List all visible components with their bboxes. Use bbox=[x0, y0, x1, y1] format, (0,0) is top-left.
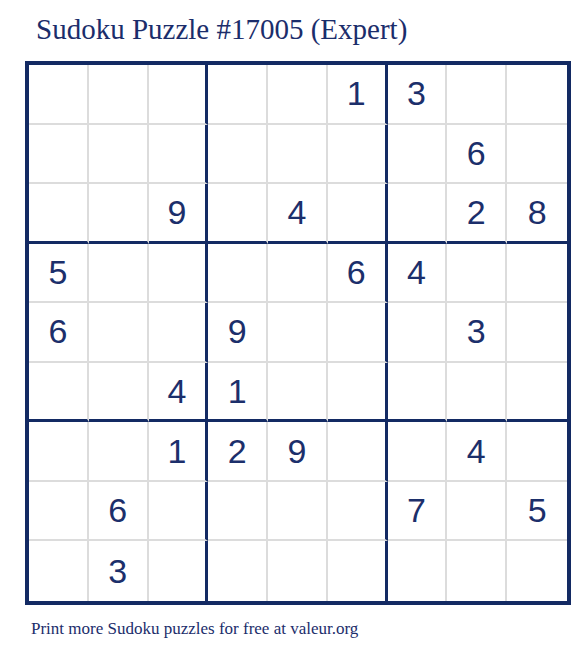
cell-r5c6[interactable] bbox=[328, 303, 388, 363]
cell-r4c8[interactable] bbox=[447, 244, 507, 304]
cell-r9c9[interactable] bbox=[507, 541, 567, 601]
cell-r4c5[interactable] bbox=[268, 244, 328, 304]
cell-r7c4[interactable]: 2 bbox=[208, 422, 268, 482]
puzzle-title: Sudoku Puzzle #17005 (Expert) bbox=[36, 12, 407, 46]
cell-r9c1[interactable] bbox=[29, 541, 89, 601]
cell-r4c3[interactable] bbox=[149, 244, 209, 304]
cell-r2c5[interactable] bbox=[268, 125, 328, 185]
cell-r8c3[interactable] bbox=[149, 482, 209, 542]
cell-r3c6[interactable] bbox=[328, 184, 388, 244]
cell-r6c4[interactable]: 1 bbox=[208, 363, 268, 423]
cell-r1c8[interactable] bbox=[447, 65, 507, 125]
cell-r5c1[interactable]: 6 bbox=[29, 303, 89, 363]
cell-r8c9[interactable]: 5 bbox=[507, 482, 567, 542]
cell-r9c2[interactable]: 3 bbox=[89, 541, 149, 601]
cell-r4c6[interactable]: 6 bbox=[328, 244, 388, 304]
cell-r8c5[interactable] bbox=[268, 482, 328, 542]
cell-r1c2[interactable] bbox=[89, 65, 149, 125]
cell-r9c3[interactable] bbox=[149, 541, 209, 601]
cell-r8c2[interactable]: 6 bbox=[89, 482, 149, 542]
sudoku-board: 13694285646934112946753 bbox=[25, 61, 571, 605]
cell-r7c5[interactable]: 9 bbox=[268, 422, 328, 482]
cell-r3c9[interactable]: 8 bbox=[507, 184, 567, 244]
cell-r2c3[interactable] bbox=[149, 125, 209, 185]
cell-r3c1[interactable] bbox=[29, 184, 89, 244]
cell-r4c4[interactable] bbox=[208, 244, 268, 304]
cell-r6c8[interactable] bbox=[447, 363, 507, 423]
cell-r3c4[interactable] bbox=[208, 184, 268, 244]
cell-r5c7[interactable] bbox=[388, 303, 448, 363]
cell-r6c6[interactable] bbox=[328, 363, 388, 423]
cell-r1c9[interactable] bbox=[507, 65, 567, 125]
cell-r9c7[interactable] bbox=[388, 541, 448, 601]
cell-r1c6[interactable]: 1 bbox=[328, 65, 388, 125]
cell-r4c7[interactable]: 4 bbox=[388, 244, 448, 304]
cell-r1c3[interactable] bbox=[149, 65, 209, 125]
cell-r5c4[interactable]: 9 bbox=[208, 303, 268, 363]
cell-r1c7[interactable]: 3 bbox=[388, 65, 448, 125]
cell-r6c7[interactable] bbox=[388, 363, 448, 423]
cell-r2c1[interactable] bbox=[29, 125, 89, 185]
cell-r7c2[interactable] bbox=[89, 422, 149, 482]
cell-r3c7[interactable] bbox=[388, 184, 448, 244]
cell-r3c5[interactable]: 4 bbox=[268, 184, 328, 244]
cell-r7c8[interactable]: 4 bbox=[447, 422, 507, 482]
cell-r5c2[interactable] bbox=[89, 303, 149, 363]
cell-r7c7[interactable] bbox=[388, 422, 448, 482]
cell-r2c7[interactable] bbox=[388, 125, 448, 185]
cell-r9c5[interactable] bbox=[268, 541, 328, 601]
footer-note: Print more Sudoku puzzles for free at va… bbox=[31, 618, 358, 640]
cell-r4c9[interactable] bbox=[507, 244, 567, 304]
cell-r8c8[interactable] bbox=[447, 482, 507, 542]
cell-r1c1[interactable] bbox=[29, 65, 89, 125]
cell-r8c4[interactable] bbox=[208, 482, 268, 542]
cell-r9c6[interactable] bbox=[328, 541, 388, 601]
cell-r2c6[interactable] bbox=[328, 125, 388, 185]
cell-r6c2[interactable] bbox=[89, 363, 149, 423]
cell-r1c5[interactable] bbox=[268, 65, 328, 125]
cell-r3c8[interactable]: 2 bbox=[447, 184, 507, 244]
cell-r5c8[interactable]: 3 bbox=[447, 303, 507, 363]
cell-r7c1[interactable] bbox=[29, 422, 89, 482]
cell-r6c1[interactable] bbox=[29, 363, 89, 423]
cell-r8c1[interactable] bbox=[29, 482, 89, 542]
cell-r7c9[interactable] bbox=[507, 422, 567, 482]
cell-r5c5[interactable] bbox=[268, 303, 328, 363]
cell-r6c3[interactable]: 4 bbox=[149, 363, 209, 423]
cell-r6c9[interactable] bbox=[507, 363, 567, 423]
cell-r2c2[interactable] bbox=[89, 125, 149, 185]
cell-r8c7[interactable]: 7 bbox=[388, 482, 448, 542]
cell-r2c8[interactable]: 6 bbox=[447, 125, 507, 185]
cell-r8c6[interactable] bbox=[328, 482, 388, 542]
cell-r2c9[interactable] bbox=[507, 125, 567, 185]
cell-r5c9[interactable] bbox=[507, 303, 567, 363]
cell-r9c8[interactable] bbox=[447, 541, 507, 601]
cell-r3c2[interactable] bbox=[89, 184, 149, 244]
cell-r4c1[interactable]: 5 bbox=[29, 244, 89, 304]
cell-r2c4[interactable] bbox=[208, 125, 268, 185]
cell-r7c3[interactable]: 1 bbox=[149, 422, 209, 482]
cell-r5c3[interactable] bbox=[149, 303, 209, 363]
cell-r9c4[interactable] bbox=[208, 541, 268, 601]
cell-r6c5[interactable] bbox=[268, 363, 328, 423]
cell-r7c6[interactable] bbox=[328, 422, 388, 482]
cell-r1c4[interactable] bbox=[208, 65, 268, 125]
cell-r3c3[interactable]: 9 bbox=[149, 184, 209, 244]
cell-r4c2[interactable] bbox=[89, 244, 149, 304]
